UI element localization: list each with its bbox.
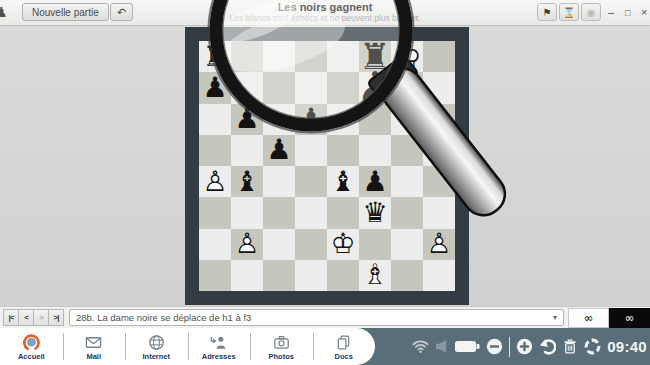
square-e4[interactable]: ♝ — [327, 166, 359, 197]
mail-icon — [84, 333, 103, 352]
desktop-screen: ♟ Nouvelle partie ↶ Les noirs gagnent Le… — [0, 0, 650, 365]
piece-black-pawn-c5[interactable]: ♟ — [263, 135, 295, 166]
square-e6[interactable] — [327, 104, 359, 135]
piece-black-pawn-b6[interactable]: ♟ — [231, 104, 263, 135]
game-status: Les noirs gagnent Les blancs sont échecs… — [160, 1, 490, 23]
square-e3[interactable] — [327, 197, 359, 228]
piece-black-bishop-e4[interactable]: ♝ — [327, 166, 359, 197]
window-minimize-button[interactable]: – — [608, 5, 614, 19]
square-f4[interactable]: ♟ — [359, 166, 391, 197]
piece-white-pawn-b2[interactable]: ♙ — [231, 229, 263, 260]
piece-black-bishop-b4[interactable]: ♝ — [231, 166, 263, 197]
piece-black-queen-f3[interactable]: ♛ — [359, 197, 391, 228]
square-f3[interactable]: ♛ — [359, 197, 391, 228]
launcher-label: Photos — [269, 352, 294, 361]
taskbar: Accueil Mail Internet — [0, 328, 650, 365]
launcher-label: Docs — [335, 352, 353, 361]
square-f5[interactable] — [359, 135, 391, 166]
square-g7[interactable] — [391, 72, 423, 103]
white-clock: ∞ — [568, 308, 609, 328]
launcher-label: Accueil — [18, 352, 45, 361]
launcher-label: Adresses — [202, 352, 236, 361]
flag-icon: ⚑ — [543, 7, 552, 18]
app-toolbar: ♟ Nouvelle partie ↶ Les noirs gagnent Le… — [0, 0, 650, 26]
square-c1[interactable] — [263, 260, 295, 291]
launcher-accueil[interactable]: Accueil — [0, 328, 63, 365]
current-move-text: 28b. La dame noire se déplace de h1 à f3 — [76, 312, 251, 323]
square-a3[interactable] — [199, 197, 231, 228]
camera-icon — [272, 333, 291, 352]
square-b4[interactable]: ♝ — [231, 166, 263, 197]
piece-black-king-g8[interactable]: ♔ — [391, 41, 423, 72]
documents-icon — [334, 333, 353, 352]
move-bar: |< < > >| 28b. La dame noire se déplace … — [0, 306, 650, 328]
square-g5[interactable] — [391, 135, 423, 166]
square-h3[interactable] — [423, 197, 455, 228]
piece-black-pawn-f4[interactable]: ♟ — [359, 166, 391, 197]
piece-white-pawn-h2[interactable]: ♙ — [423, 229, 455, 260]
square-e1[interactable] — [327, 260, 359, 291]
square-c5[interactable]: ♟ — [263, 135, 295, 166]
square-g3[interactable] — [391, 197, 423, 228]
undo-arrow-button[interactable] — [539, 338, 556, 355]
piece-black-pawn-f7[interactable]: ♟ — [359, 72, 391, 103]
square-e5[interactable] — [327, 135, 359, 166]
launcher-label: Internet — [142, 352, 170, 361]
launcher-label: Mail — [86, 352, 101, 361]
square-h6[interactable] — [423, 104, 455, 135]
launcher-adresses[interactable]: Adresses — [188, 328, 251, 365]
addressbook-icon — [209, 333, 228, 352]
square-h8[interactable] — [423, 41, 455, 72]
launcher-docs[interactable]: Docs — [313, 328, 376, 365]
tray-separator — [509, 337, 510, 357]
square-h1[interactable] — [423, 260, 455, 291]
piece-black-pawn-d6[interactable]: ♟ — [295, 104, 327, 135]
piece-black-pawn-a7[interactable]: ♟ — [199, 72, 231, 103]
square-e2[interactable]: ♚♔ — [327, 229, 359, 260]
square-a2[interactable] — [199, 229, 231, 260]
square-d6[interactable]: ♟ — [295, 104, 327, 135]
globe-icon — [147, 333, 166, 352]
square-c6[interactable] — [263, 104, 295, 135]
piece-white-king-e2[interactable]: ♔ — [327, 229, 359, 260]
square-h4[interactable] — [423, 166, 455, 197]
piece-white-pawn-a4[interactable]: ♙ — [199, 166, 231, 197]
square-h7[interactable] — [423, 72, 455, 103]
pause-button-disabled: ◉ — [581, 3, 601, 21]
square-g6[interactable] — [391, 104, 423, 135]
square-d1[interactable] — [295, 260, 327, 291]
plus-circle-button[interactable] — [516, 338, 533, 355]
home-icon — [22, 333, 41, 352]
clock-display: 09:40 — [607, 338, 647, 355]
square-d7[interactable] — [295, 72, 327, 103]
square-g2[interactable] — [391, 229, 423, 260]
pause-icon: ◉ — [587, 7, 596, 18]
new-game-button[interactable]: Nouvelle partie — [22, 3, 109, 21]
square-a5[interactable] — [199, 135, 231, 166]
square-a8[interactable]: ♜ — [199, 41, 231, 72]
square-b8[interactable] — [231, 41, 263, 72]
square-e7[interactable] — [327, 72, 359, 103]
trash-button[interactable] — [562, 338, 578, 355]
minus-circle-button[interactable] — [486, 338, 503, 355]
resign-flag-button[interactable]: ⚑ — [537, 3, 557, 21]
square-d3[interactable] — [295, 197, 327, 228]
square-d5[interactable] — [295, 135, 327, 166]
square-d8[interactable] — [295, 41, 327, 72]
move-nav: |< < > >| — [3, 309, 64, 326]
square-b7[interactable] — [231, 72, 263, 103]
volume-muted-icon[interactable] — [435, 339, 448, 354]
system-tray: 09:40 — [412, 328, 647, 365]
square-a1[interactable] — [199, 260, 231, 291]
battery-icon[interactable] — [454, 339, 480, 354]
square-e8[interactable] — [327, 41, 359, 72]
square-f2[interactable] — [359, 229, 391, 260]
square-g4[interactable] — [391, 166, 423, 197]
piece-white-bishop-f1[interactable]: ♗ — [359, 260, 391, 291]
board-grid: ♜♜♚♔♟♟♟♟♟♟♙♝♝♟♛♟♙♚♔♟♙♝♗ — [199, 41, 455, 291]
status-subtitle: Les blancs sont échecs et ne peuvent plu… — [160, 13, 490, 23]
square-a6[interactable] — [199, 104, 231, 135]
square-h2[interactable]: ♟♙ — [423, 229, 455, 260]
previous-move-button[interactable]: < — [18, 309, 34, 326]
undo-move-button[interactable]: ↶ — [110, 3, 133, 21]
last-move-button[interactable]: >| — [48, 309, 64, 326]
window-maximize-button[interactable]: □ — [625, 6, 630, 20]
launcher-internet[interactable]: Internet — [125, 328, 188, 365]
square-b5[interactable] — [231, 135, 263, 166]
black-clock: ∞ — [609, 308, 650, 328]
square-f1[interactable]: ♝♗ — [359, 260, 391, 291]
square-d2[interactable] — [295, 229, 327, 260]
next-move-button: > — [33, 309, 49, 326]
app-icon: ♟ — [0, 4, 8, 20]
square-b3[interactable] — [231, 197, 263, 228]
square-h5[interactable] — [423, 135, 455, 166]
chevron-down-icon: ▾ — [553, 313, 557, 322]
square-b6[interactable]: ♟ — [231, 104, 263, 135]
status-title: Les noirs gagnent — [160, 1, 490, 13]
square-d4[interactable] — [295, 166, 327, 197]
square-a4[interactable]: ♟♙ — [199, 166, 231, 197]
square-c7[interactable] — [263, 72, 295, 103]
window-close-button[interactable]: × — [641, 5, 647, 19]
first-move-button[interactable]: |< — [3, 309, 19, 326]
square-b1[interactable] — [231, 260, 263, 291]
move-history-select[interactable]: 28b. La dame noire se déplace de h1 à f3… — [69, 309, 564, 326]
launcher-photos[interactable]: Photos — [250, 328, 313, 365]
launcher-dock: Accueil Mail Internet — [0, 328, 375, 365]
launcher-mail[interactable]: Mail — [63, 328, 126, 365]
claim-draw-timer-button[interactable]: ⌛ — [559, 3, 579, 21]
chess-board: ♜♜♚♔♟♟♟♟♟♟♙♝♝♟♛♟♙♚♔♟♙♝♗ — [185, 27, 469, 305]
square-c2[interactable] — [263, 229, 295, 260]
square-g8[interactable]: ♚♔ — [391, 41, 423, 72]
help-lifebuoy-button[interactable] — [584, 338, 601, 355]
square-f7[interactable]: ♟ — [359, 72, 391, 103]
square-c3[interactable] — [263, 197, 295, 228]
square-c8[interactable] — [263, 41, 295, 72]
square-c4[interactable] — [263, 166, 295, 197]
hourglass-icon: ⌛ — [563, 7, 575, 18]
square-a7[interactable]: ♟ — [199, 72, 231, 103]
piece-black-rook-a8[interactable]: ♜ — [199, 41, 231, 72]
square-b2[interactable]: ♟♙ — [231, 229, 263, 260]
wifi-icon[interactable] — [412, 339, 429, 354]
square-g1[interactable] — [391, 260, 423, 291]
